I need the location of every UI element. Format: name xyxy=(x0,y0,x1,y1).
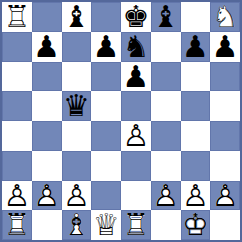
chess-board: ♜♖♝♚♝♞♘♟♟♞♟♟♟♛♟♙♟♙♟♙♟♙♟♙♟♙♟♙♜♖♝♗♛♕♜♖♚♔ xyxy=(0,0,242,242)
square-f1[interactable] xyxy=(151,210,181,240)
white-knight-icon: ♘ xyxy=(212,2,239,32)
square-g2[interactable]: ♟♙ xyxy=(181,181,211,211)
square-h3[interactable] xyxy=(210,151,240,181)
square-e5[interactable] xyxy=(121,91,151,121)
white-pawn-icon: ♙ xyxy=(182,181,209,211)
piece-white-rook-a1[interactable]: ♜♖ xyxy=(2,210,32,240)
square-h6[interactable] xyxy=(210,62,240,92)
square-c3[interactable] xyxy=(62,151,92,181)
black-knight-icon: ♞ xyxy=(122,32,149,62)
piece-white-rook-e1[interactable]: ♜♖ xyxy=(121,210,151,240)
piece-white-pawn-h2[interactable]: ♟♙ xyxy=(210,181,240,211)
square-a5[interactable] xyxy=(2,91,32,121)
piece-black-queen-c5[interactable]: ♛ xyxy=(62,91,92,121)
square-c1[interactable]: ♝♗ xyxy=(62,210,92,240)
square-g8[interactable] xyxy=(181,2,211,32)
square-f3[interactable] xyxy=(151,151,181,181)
square-e1[interactable]: ♜♖ xyxy=(121,210,151,240)
piece-black-bishop-c8[interactable]: ♝ xyxy=(62,2,92,32)
black-pawn-icon: ♟ xyxy=(122,62,149,92)
piece-black-king-e8[interactable]: ♚ xyxy=(121,2,151,32)
square-b7[interactable]: ♟ xyxy=(32,32,62,62)
square-d1[interactable]: ♛♕ xyxy=(91,210,121,240)
square-c5[interactable]: ♛ xyxy=(62,91,92,121)
square-f6[interactable] xyxy=(151,62,181,92)
square-a6[interactable] xyxy=(2,62,32,92)
square-c8[interactable]: ♝ xyxy=(62,2,92,32)
piece-white-pawn-c2[interactable]: ♟♙ xyxy=(62,181,92,211)
square-a3[interactable] xyxy=(2,151,32,181)
piece-white-rook-a8[interactable]: ♜♖ xyxy=(2,2,32,32)
square-a8[interactable]: ♜♖ xyxy=(2,2,32,32)
square-c7[interactable] xyxy=(62,32,92,62)
black-bishop-icon: ♝ xyxy=(63,2,90,32)
piece-white-knight-h8[interactable]: ♞♘ xyxy=(210,2,240,32)
piece-black-pawn-h7[interactable]: ♟ xyxy=(210,32,240,62)
square-b4[interactable] xyxy=(32,121,62,151)
square-h8[interactable]: ♞♘ xyxy=(210,2,240,32)
square-h7[interactable]: ♟ xyxy=(210,32,240,62)
black-pawn-icon: ♟ xyxy=(182,32,209,62)
piece-black-bishop-f8[interactable]: ♝ xyxy=(151,2,181,32)
square-g7[interactable]: ♟ xyxy=(181,32,211,62)
black-queen-icon: ♛ xyxy=(63,91,90,121)
square-e3[interactable] xyxy=(121,151,151,181)
square-d4[interactable] xyxy=(91,121,121,151)
square-e8[interactable]: ♚ xyxy=(121,2,151,32)
square-c2[interactable]: ♟♙ xyxy=(62,181,92,211)
square-d3[interactable] xyxy=(91,151,121,181)
square-b6[interactable] xyxy=(32,62,62,92)
square-h4[interactable] xyxy=(210,121,240,151)
piece-white-pawn-e4[interactable]: ♟♙ xyxy=(121,121,151,151)
square-g1[interactable]: ♚♔ xyxy=(181,210,211,240)
white-rook-icon: ♖ xyxy=(3,210,30,240)
piece-white-pawn-b2[interactable]: ♟♙ xyxy=(32,181,62,211)
square-e6[interactable]: ♟ xyxy=(121,62,151,92)
piece-white-bishop-c1[interactable]: ♝♗ xyxy=(62,210,92,240)
square-h2[interactable]: ♟♙ xyxy=(210,181,240,211)
white-pawn-icon: ♙ xyxy=(212,181,239,211)
white-rook-icon: ♖ xyxy=(122,210,149,240)
square-c4[interactable] xyxy=(62,121,92,151)
black-pawn-icon: ♟ xyxy=(93,32,120,62)
square-e4[interactable]: ♟♙ xyxy=(121,121,151,151)
square-b3[interactable] xyxy=(32,151,62,181)
black-bishop-icon: ♝ xyxy=(152,2,179,32)
black-king-icon: ♚ xyxy=(122,2,149,32)
piece-black-pawn-b7[interactable]: ♟ xyxy=(32,32,62,62)
square-d8[interactable] xyxy=(91,2,121,32)
white-pawn-icon: ♙ xyxy=(152,181,179,211)
square-g5[interactable] xyxy=(181,91,211,121)
square-b5[interactable] xyxy=(32,91,62,121)
white-king-icon: ♔ xyxy=(182,210,209,240)
square-g6[interactable] xyxy=(181,62,211,92)
square-f7[interactable] xyxy=(151,32,181,62)
square-a7[interactable] xyxy=(2,32,32,62)
square-h5[interactable] xyxy=(210,91,240,121)
white-bishop-icon: ♗ xyxy=(63,210,90,240)
square-d2[interactable] xyxy=(91,181,121,211)
white-pawn-icon: ♙ xyxy=(122,121,149,151)
black-pawn-icon: ♟ xyxy=(33,32,60,62)
white-queen-icon: ♕ xyxy=(93,210,120,240)
square-d6[interactable] xyxy=(91,62,121,92)
white-pawn-icon: ♙ xyxy=(63,181,90,211)
square-f5[interactable] xyxy=(151,91,181,121)
piece-white-pawn-a2[interactable]: ♟♙ xyxy=(2,181,32,211)
piece-black-pawn-e6[interactable]: ♟ xyxy=(121,62,151,92)
square-a1[interactable]: ♜♖ xyxy=(2,210,32,240)
square-g3[interactable] xyxy=(181,151,211,181)
square-f4[interactable] xyxy=(151,121,181,151)
piece-white-king-g1[interactable]: ♚♔ xyxy=(181,210,211,240)
square-b8[interactable] xyxy=(32,2,62,32)
piece-white-queen-d1[interactable]: ♛♕ xyxy=(91,210,121,240)
square-b1[interactable] xyxy=(32,210,62,240)
square-g4[interactable] xyxy=(181,121,211,151)
square-f2[interactable]: ♟♙ xyxy=(151,181,181,211)
piece-black-pawn-g7[interactable]: ♟ xyxy=(181,32,211,62)
piece-white-pawn-g2[interactable]: ♟♙ xyxy=(181,181,211,211)
square-c6[interactable] xyxy=(62,62,92,92)
square-e2[interactable] xyxy=(121,181,151,211)
square-e7[interactable]: ♞ xyxy=(121,32,151,62)
square-b2[interactable]: ♟♙ xyxy=(32,181,62,211)
piece-black-knight-e7[interactable]: ♞ xyxy=(121,32,151,62)
black-pawn-icon: ♟ xyxy=(212,32,239,62)
square-a4[interactable] xyxy=(2,121,32,151)
square-d5[interactable] xyxy=(91,91,121,121)
square-h1[interactable] xyxy=(210,210,240,240)
square-a2[interactable]: ♟♙ xyxy=(2,181,32,211)
piece-black-pawn-d7[interactable]: ♟ xyxy=(91,32,121,62)
white-pawn-icon: ♙ xyxy=(33,181,60,211)
white-pawn-icon: ♙ xyxy=(3,181,30,211)
white-rook-icon: ♖ xyxy=(3,2,30,32)
square-f8[interactable]: ♝ xyxy=(151,2,181,32)
piece-white-pawn-f2[interactable]: ♟♙ xyxy=(151,181,181,211)
square-d7[interactable]: ♟ xyxy=(91,32,121,62)
